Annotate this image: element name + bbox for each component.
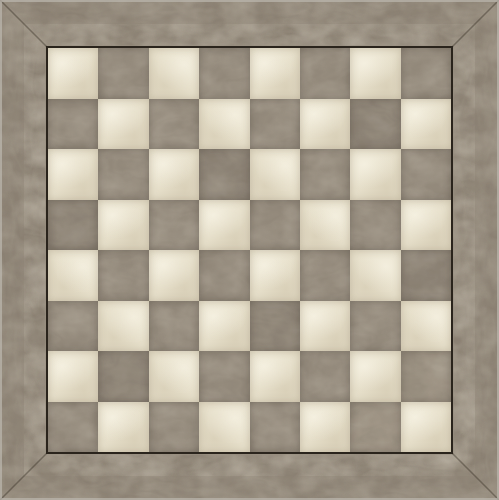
square-e7[interactable]: [250, 99, 300, 150]
square-a8[interactable]: [48, 48, 98, 99]
square-e8[interactable]: [250, 48, 300, 99]
chessboard-photo: [0, 0, 499, 500]
square-f7[interactable]: [300, 99, 350, 150]
square-e5[interactable]: [250, 200, 300, 251]
square-g7[interactable]: [350, 99, 400, 150]
square-h1[interactable]: [401, 402, 451, 453]
square-h5[interactable]: [401, 200, 451, 251]
square-b8[interactable]: [98, 48, 148, 99]
square-f3[interactable]: [300, 301, 350, 352]
square-d8[interactable]: [199, 48, 249, 99]
square-a1[interactable]: [48, 402, 98, 453]
square-a3[interactable]: [48, 301, 98, 352]
square-c8[interactable]: [149, 48, 199, 99]
square-d2[interactable]: [199, 351, 249, 402]
square-g5[interactable]: [350, 200, 400, 251]
square-f4[interactable]: [300, 250, 350, 301]
square-b5[interactable]: [98, 200, 148, 251]
square-e6[interactable]: [250, 149, 300, 200]
square-e1[interactable]: [250, 402, 300, 453]
square-d4[interactable]: [199, 250, 249, 301]
square-e4[interactable]: [250, 250, 300, 301]
square-f1[interactable]: [300, 402, 350, 453]
square-b6[interactable]: [98, 149, 148, 200]
chess-board: [48, 48, 451, 452]
square-g6[interactable]: [350, 149, 400, 200]
square-f2[interactable]: [300, 351, 350, 402]
square-d5[interactable]: [199, 200, 249, 251]
square-e2[interactable]: [250, 351, 300, 402]
square-c3[interactable]: [149, 301, 199, 352]
square-a2[interactable]: [48, 351, 98, 402]
square-h8[interactable]: [401, 48, 451, 99]
square-a5[interactable]: [48, 200, 98, 251]
square-a4[interactable]: [48, 250, 98, 301]
square-h6[interactable]: [401, 149, 451, 200]
square-g4[interactable]: [350, 250, 400, 301]
square-h4[interactable]: [401, 250, 451, 301]
square-a7[interactable]: [48, 99, 98, 150]
square-b4[interactable]: [98, 250, 148, 301]
square-b1[interactable]: [98, 402, 148, 453]
square-d1[interactable]: [199, 402, 249, 453]
square-a6[interactable]: [48, 149, 98, 200]
square-d6[interactable]: [199, 149, 249, 200]
square-g8[interactable]: [350, 48, 400, 99]
square-h3[interactable]: [401, 301, 451, 352]
square-c2[interactable]: [149, 351, 199, 402]
square-h2[interactable]: [401, 351, 451, 402]
square-g1[interactable]: [350, 402, 400, 453]
square-d7[interactable]: [199, 99, 249, 150]
square-f8[interactable]: [300, 48, 350, 99]
square-g3[interactable]: [350, 301, 400, 352]
square-f5[interactable]: [300, 200, 350, 251]
square-c5[interactable]: [149, 200, 199, 251]
square-f6[interactable]: [300, 149, 350, 200]
square-c6[interactable]: [149, 149, 199, 200]
square-b2[interactable]: [98, 351, 148, 402]
square-d3[interactable]: [199, 301, 249, 352]
square-h7[interactable]: [401, 99, 451, 150]
square-c4[interactable]: [149, 250, 199, 301]
square-c1[interactable]: [149, 402, 199, 453]
square-g2[interactable]: [350, 351, 400, 402]
square-e3[interactable]: [250, 301, 300, 352]
square-b3[interactable]: [98, 301, 148, 352]
square-b7[interactable]: [98, 99, 148, 150]
square-c7[interactable]: [149, 99, 199, 150]
